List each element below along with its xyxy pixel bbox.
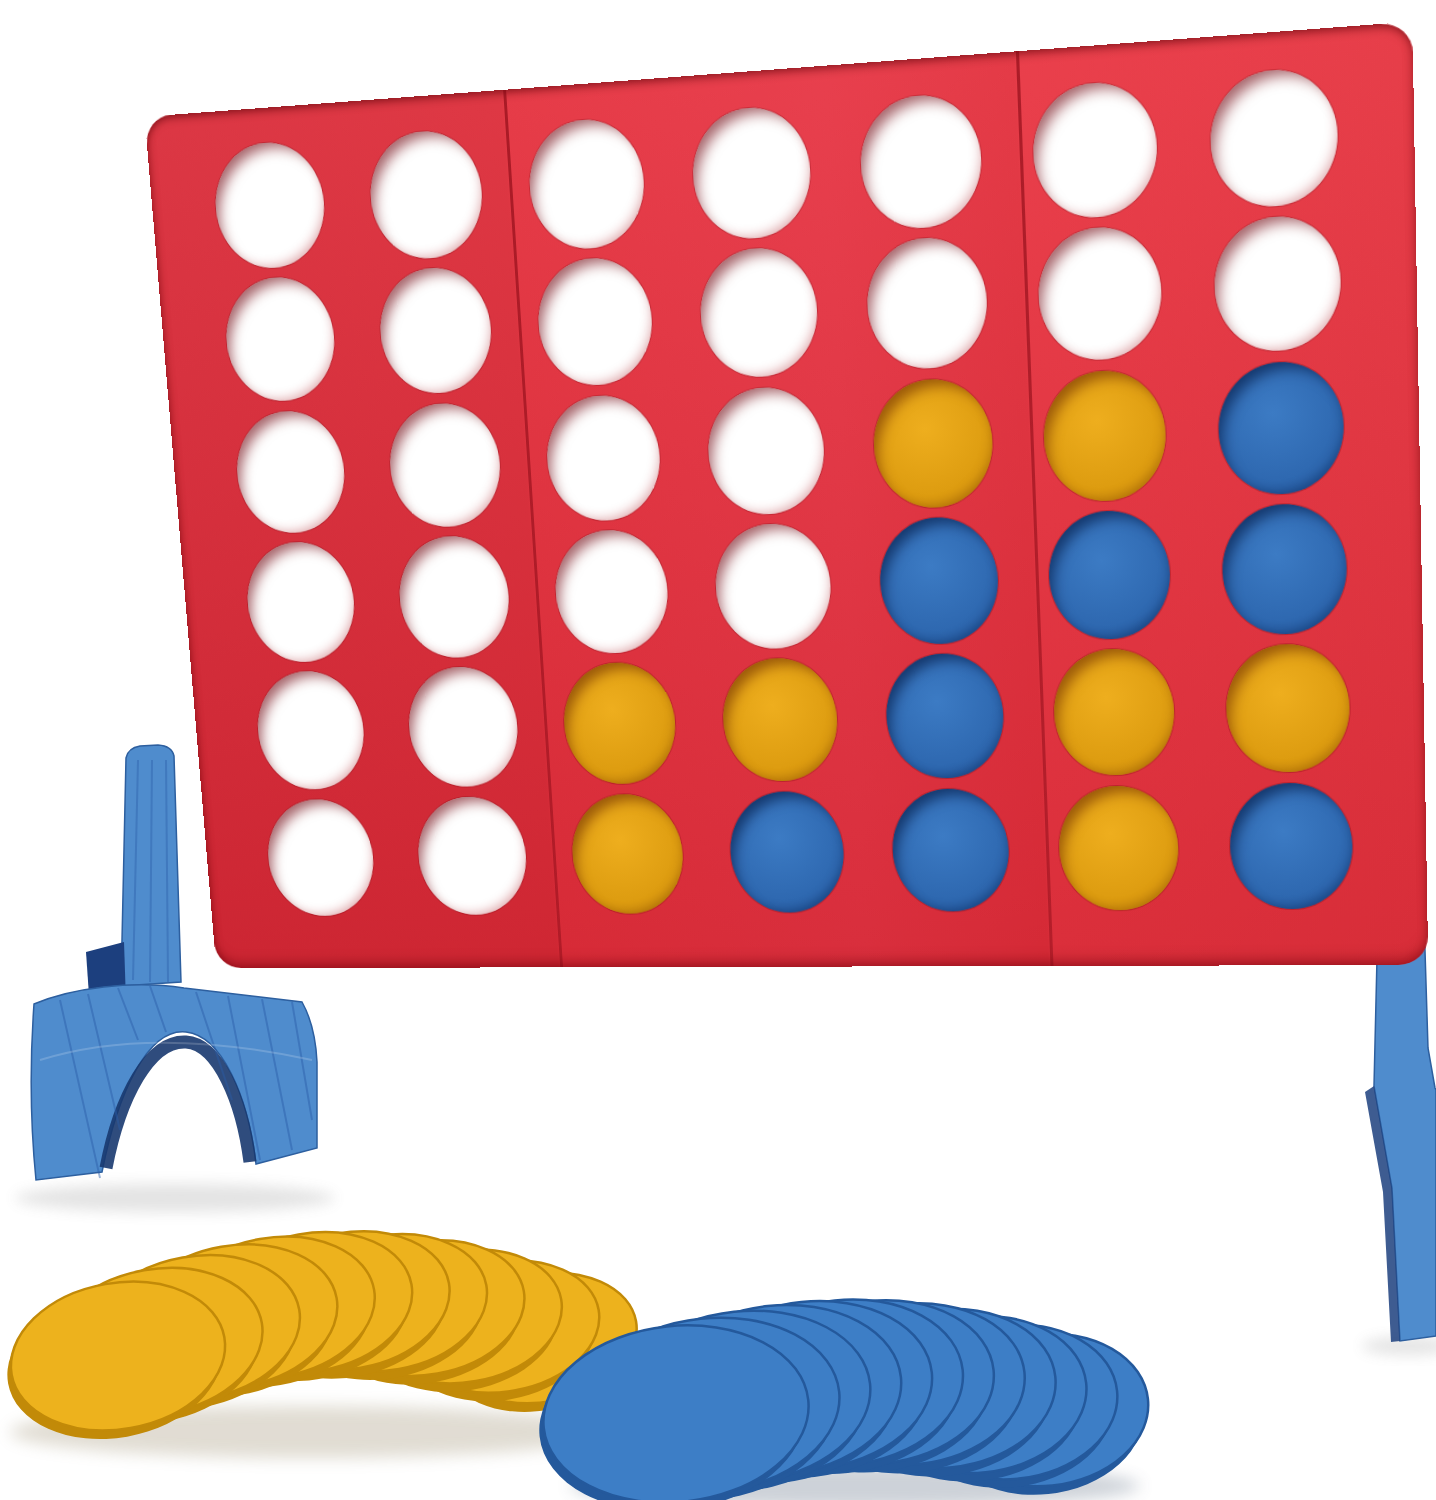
scene	[0, 0, 1436, 1500]
disc-trays-layer	[0, 0, 1436, 1500]
